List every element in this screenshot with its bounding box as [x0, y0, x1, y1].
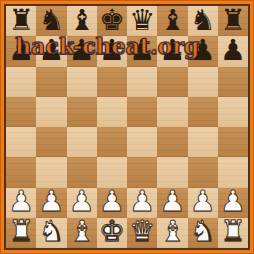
- square-f5[interactable]: [157, 97, 187, 127]
- board-frame: ♜♞♝♚♛♝♞♜♟♟♟♟♟♟♟♟♟♟♟♟♟♟♟♟♜♞♝♚♛♝♞♜ hack-ch…: [0, 0, 254, 254]
- square-a1[interactable]: ♜: [6, 218, 36, 248]
- square-g6[interactable]: [188, 67, 218, 97]
- white-knight[interactable]: ♞: [38, 217, 64, 246]
- white-pawn[interactable]: ♟: [129, 187, 155, 216]
- square-e6[interactable]: [127, 67, 157, 97]
- square-d5[interactable]: [97, 97, 127, 127]
- square-h1[interactable]: ♜: [218, 218, 248, 248]
- board-inner-border: ♜♞♝♚♛♝♞♜♟♟♟♟♟♟♟♟♟♟♟♟♟♟♟♟♜♞♝♚♛♝♞♜: [4, 4, 250, 250]
- square-e1[interactable]: ♛: [127, 218, 157, 248]
- square-h5[interactable]: [218, 97, 248, 127]
- square-e5[interactable]: [127, 97, 157, 127]
- white-pawn[interactable]: ♟: [159, 187, 185, 216]
- square-d3[interactable]: [97, 157, 127, 187]
- black-king[interactable]: ♚: [99, 6, 125, 35]
- square-b4[interactable]: [36, 127, 66, 157]
- white-pawn[interactable]: ♟: [69, 187, 95, 216]
- black-knight[interactable]: ♞: [190, 6, 216, 35]
- white-king[interactable]: ♚: [99, 217, 125, 246]
- square-d1[interactable]: ♚: [97, 218, 127, 248]
- square-a5[interactable]: [6, 97, 36, 127]
- white-rook[interactable]: ♜: [8, 217, 34, 246]
- black-queen[interactable]: ♛: [129, 6, 155, 35]
- black-pawn[interactable]: ♟: [220, 36, 246, 65]
- square-b8[interactable]: ♞: [36, 6, 66, 36]
- square-d6[interactable]: [97, 67, 127, 97]
- square-f2[interactable]: ♟: [157, 188, 187, 218]
- square-h6[interactable]: [218, 67, 248, 97]
- square-f4[interactable]: [157, 127, 187, 157]
- square-c6[interactable]: [67, 67, 97, 97]
- square-a6[interactable]: [6, 67, 36, 97]
- square-b7[interactable]: ♟: [36, 36, 66, 66]
- square-h4[interactable]: [218, 127, 248, 157]
- square-d2[interactable]: ♟: [97, 188, 127, 218]
- square-c8[interactable]: ♝: [67, 6, 97, 36]
- square-g3[interactable]: [188, 157, 218, 187]
- square-b1[interactable]: ♞: [36, 218, 66, 248]
- white-pawn[interactable]: ♟: [190, 187, 216, 216]
- white-pawn[interactable]: ♟: [38, 187, 64, 216]
- square-a3[interactable]: [6, 157, 36, 187]
- white-pawn[interactable]: ♟: [8, 187, 34, 216]
- square-d7[interactable]: ♟: [97, 36, 127, 66]
- black-pawn[interactable]: ♟: [8, 36, 34, 65]
- square-g4[interactable]: [188, 127, 218, 157]
- square-e3[interactable]: [127, 157, 157, 187]
- square-f7[interactable]: ♟: [157, 36, 187, 66]
- white-knight[interactable]: ♞: [190, 217, 216, 246]
- black-pawn[interactable]: ♟: [38, 36, 64, 65]
- square-a7[interactable]: ♟: [6, 36, 36, 66]
- square-a8[interactable]: ♜: [6, 6, 36, 36]
- square-b3[interactable]: [36, 157, 66, 187]
- black-bishop[interactable]: ♝: [69, 6, 95, 35]
- white-bishop[interactable]: ♝: [69, 217, 95, 246]
- black-pawn[interactable]: ♟: [69, 36, 95, 65]
- square-c4[interactable]: [67, 127, 97, 157]
- black-pawn[interactable]: ♟: [99, 36, 125, 65]
- black-bishop[interactable]: ♝: [159, 6, 185, 35]
- square-d4[interactable]: [97, 127, 127, 157]
- square-c7[interactable]: ♟: [67, 36, 97, 66]
- square-f8[interactable]: ♝: [157, 6, 187, 36]
- square-h2[interactable]: ♟: [218, 188, 248, 218]
- square-g7[interactable]: ♟: [188, 36, 218, 66]
- square-e8[interactable]: ♛: [127, 6, 157, 36]
- square-g2[interactable]: ♟: [188, 188, 218, 218]
- square-h7[interactable]: ♟: [218, 36, 248, 66]
- square-c3[interactable]: [67, 157, 97, 187]
- square-e4[interactable]: [127, 127, 157, 157]
- square-e7[interactable]: ♟: [127, 36, 157, 66]
- square-g1[interactable]: ♞: [188, 218, 218, 248]
- square-c5[interactable]: [67, 97, 97, 127]
- square-f6[interactable]: [157, 67, 187, 97]
- white-rook[interactable]: ♜: [220, 217, 246, 246]
- square-c2[interactable]: ♟: [67, 188, 97, 218]
- square-c1[interactable]: ♝: [67, 218, 97, 248]
- black-rook[interactable]: ♜: [8, 6, 34, 35]
- square-d8[interactable]: ♚: [97, 6, 127, 36]
- square-h8[interactable]: ♜: [218, 6, 248, 36]
- square-b6[interactable]: [36, 67, 66, 97]
- square-f1[interactable]: ♝: [157, 218, 187, 248]
- black-pawn[interactable]: ♟: [190, 36, 216, 65]
- black-knight[interactable]: ♞: [38, 6, 64, 35]
- square-e2[interactable]: ♟: [127, 188, 157, 218]
- black-rook[interactable]: ♜: [220, 6, 246, 35]
- white-pawn[interactable]: ♟: [220, 187, 246, 216]
- white-queen[interactable]: ♛: [129, 217, 155, 246]
- square-g8[interactable]: ♞: [188, 6, 218, 36]
- square-f3[interactable]: [157, 157, 187, 187]
- square-b2[interactable]: ♟: [36, 188, 66, 218]
- square-b5[interactable]: [36, 97, 66, 127]
- white-pawn[interactable]: ♟: [99, 187, 125, 216]
- square-a2[interactable]: ♟: [6, 188, 36, 218]
- square-a4[interactable]: [6, 127, 36, 157]
- black-pawn[interactable]: ♟: [159, 36, 185, 65]
- black-pawn[interactable]: ♟: [129, 36, 155, 65]
- white-bishop[interactable]: ♝: [159, 217, 185, 246]
- square-g5[interactable]: [188, 97, 218, 127]
- chessboard[interactable]: ♜♞♝♚♛♝♞♜♟♟♟♟♟♟♟♟♟♟♟♟♟♟♟♟♜♞♝♚♛♝♞♜: [6, 6, 248, 248]
- square-h3[interactable]: [218, 157, 248, 187]
